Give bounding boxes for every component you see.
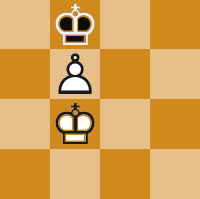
square-a7[interactable] <box>0 49 50 99</box>
black-king-outline: ♔ <box>50 1 100 49</box>
square-c5[interactable] <box>100 149 150 199</box>
white-pawn-outline: ♙ <box>50 50 100 99</box>
square-d7[interactable] <box>150 49 200 99</box>
black-king-body: ♚ <box>50 1 100 49</box>
square-c6[interactable] <box>100 99 150 149</box>
piece-white-pawn[interactable]: ♟ ♙ <box>50 49 100 99</box>
piece-black-king[interactable]: ♚ ♔ <box>50 0 100 49</box>
square-b7[interactable]: ♟ ♙ <box>50 49 100 99</box>
white-king-body: ♚ <box>50 100 100 149</box>
square-a5[interactable] <box>0 149 50 199</box>
square-c7[interactable] <box>100 49 150 99</box>
square-b8[interactable]: ♚ ♔ <box>50 0 100 49</box>
square-a8[interactable] <box>0 0 50 49</box>
piece-white-king[interactable]: ♚ ♔ <box>50 99 100 149</box>
square-b6[interactable]: ♚ ♔ <box>50 99 100 149</box>
white-pawn-body: ♟ <box>50 50 100 99</box>
square-c8[interactable] <box>100 0 150 49</box>
square-d6[interactable] <box>150 99 200 149</box>
white-king-outline: ♔ <box>50 100 100 149</box>
square-b5[interactable] <box>50 149 100 199</box>
chess-board: ♚ ♔ ♟ ♙ ♚ ♔ <box>0 0 200 199</box>
square-a6[interactable] <box>0 99 50 149</box>
square-d8[interactable] <box>150 0 200 49</box>
square-d5[interactable] <box>150 149 200 199</box>
